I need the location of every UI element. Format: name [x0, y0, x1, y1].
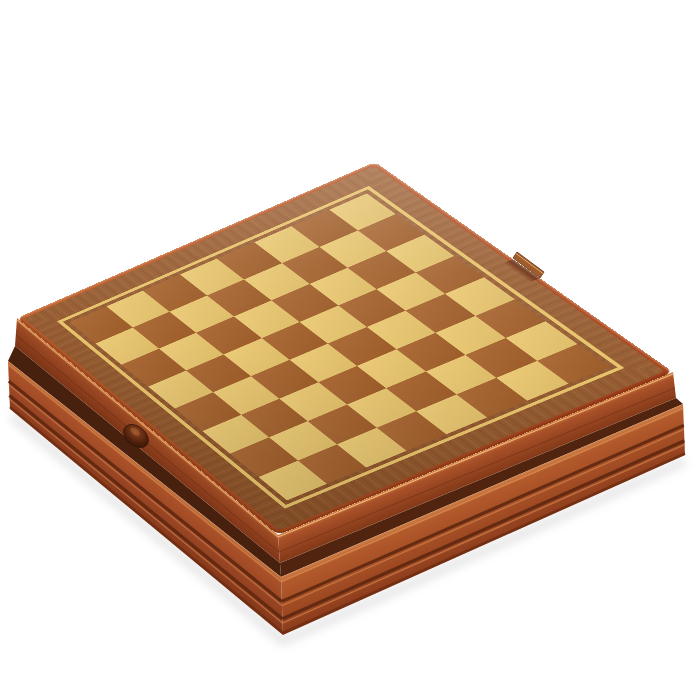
product-photo — [0, 0, 700, 700]
